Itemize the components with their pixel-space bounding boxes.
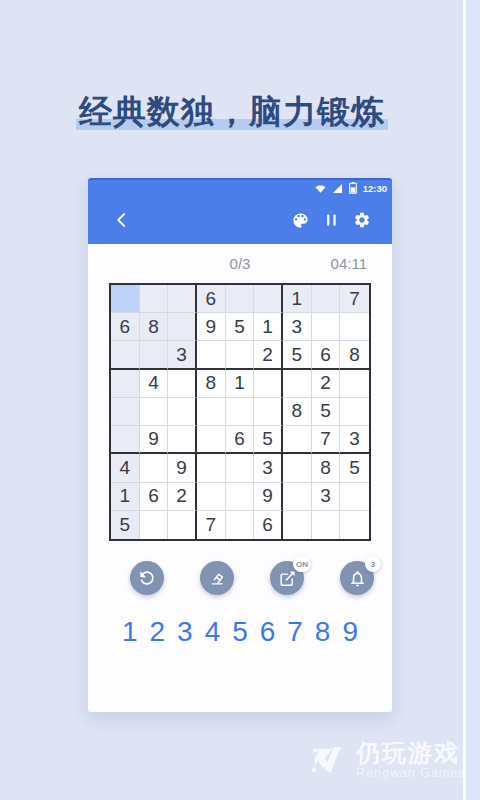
settings-gear-icon xyxy=(353,211,371,229)
cell-r3c7[interactable]: 5 xyxy=(283,341,312,369)
eraser-icon xyxy=(207,568,227,588)
status-time: 12:30 xyxy=(363,183,387,194)
cell-r2c8[interactable] xyxy=(312,313,341,341)
cell-r3c2[interactable] xyxy=(140,341,169,369)
battery-icon xyxy=(349,182,357,194)
cell-r1c9[interactable]: 7 xyxy=(340,285,369,313)
cell-r2c3[interactable] xyxy=(168,313,197,341)
cell-r3c6[interactable]: 2 xyxy=(254,341,283,369)
back-button[interactable] xyxy=(110,208,134,232)
cell-r6c3[interactable] xyxy=(168,426,197,454)
theme-button[interactable] xyxy=(288,208,312,232)
cell-r8c1[interactable]: 1 xyxy=(111,483,140,511)
cell-r8c4[interactable] xyxy=(197,483,226,511)
game-info-row: 0/3 04:11 xyxy=(88,244,392,282)
cell-r6c4[interactable] xyxy=(197,426,226,454)
cell-r7c7[interactable] xyxy=(283,454,312,482)
numpad-key-5[interactable]: 5 xyxy=(232,616,248,648)
numpad-key-4[interactable]: 4 xyxy=(205,616,221,648)
cell-r5c4[interactable] xyxy=(197,398,226,426)
cell-r2c7[interactable]: 3 xyxy=(283,313,312,341)
cell-r4c3[interactable] xyxy=(168,370,197,398)
wifi-icon xyxy=(315,183,326,194)
cell-r4c7[interactable] xyxy=(283,370,312,398)
cell-r3c9[interactable]: 8 xyxy=(340,341,369,369)
cell-r8c2[interactable]: 6 xyxy=(140,483,169,511)
game-timer: 04:11 xyxy=(331,255,367,272)
cell-r4c4[interactable]: 8 xyxy=(197,370,226,398)
cell-r8c3[interactable]: 2 xyxy=(168,483,197,511)
cell-r6c7[interactable] xyxy=(283,426,312,454)
cell-r9c9[interactable] xyxy=(340,511,369,539)
cell-r7c2[interactable] xyxy=(140,454,169,482)
cell-r5c5[interactable] xyxy=(226,398,255,426)
cell-r9c7[interactable] xyxy=(283,511,312,539)
cell-r4c9[interactable] xyxy=(340,370,369,398)
watermark-name-cn: 仍玩游戏 xyxy=(356,740,466,766)
status-bar: 12:30 xyxy=(88,178,392,196)
hint-count-badge: 3 xyxy=(365,556,381,572)
cell-r2c6[interactable]: 1 xyxy=(254,313,283,341)
cell-r6c1[interactable] xyxy=(111,426,140,454)
mistakes-counter: 0/3 xyxy=(230,255,251,272)
cell-r7c3[interactable]: 9 xyxy=(168,454,197,482)
numpad-key-6[interactable]: 6 xyxy=(260,616,276,648)
cell-r3c4[interactable] xyxy=(197,341,226,369)
settings-button[interactable] xyxy=(350,208,374,232)
cell-r6c8[interactable]: 7 xyxy=(312,426,341,454)
back-chevron-icon xyxy=(113,211,131,229)
cell-r4c1[interactable] xyxy=(111,370,140,398)
cell-r3c1[interactable] xyxy=(111,341,140,369)
cell-r1c6[interactable] xyxy=(254,285,283,313)
cell-r9c5[interactable] xyxy=(226,511,255,539)
cell-r1c8[interactable] xyxy=(312,285,341,313)
cell-r9c6[interactable]: 6 xyxy=(254,511,283,539)
pause-icon xyxy=(324,212,339,228)
cell-r2c2[interactable]: 8 xyxy=(140,313,169,341)
undo-icon xyxy=(137,568,157,588)
cell-r5c7[interactable]: 8 xyxy=(283,398,312,426)
number-pad: 123456789 xyxy=(88,616,392,648)
next-page-sliver xyxy=(466,0,480,800)
cell-r1c3[interactable] xyxy=(168,285,197,313)
cell-r8c8[interactable]: 3 xyxy=(312,483,341,511)
page-title: 经典数独，脑力锻炼 xyxy=(0,90,464,135)
cell-r2c1[interactable]: 6 xyxy=(111,313,140,341)
numpad-key-2[interactable]: 2 xyxy=(150,616,166,648)
numpad-key-8[interactable]: 8 xyxy=(315,616,331,648)
cell-r1c1[interactable] xyxy=(111,285,140,313)
numpad-key-7[interactable]: 7 xyxy=(287,616,303,648)
numpad-key-3[interactable]: 3 xyxy=(177,616,193,648)
cell-r5c6[interactable] xyxy=(254,398,283,426)
phone-mockup: 12:30 0/3 04:11 617689513325684812859657… xyxy=(88,178,392,712)
cell-r9c4[interactable]: 7 xyxy=(197,511,226,539)
cell-r3c3[interactable]: 3 xyxy=(168,341,197,369)
cell-r6c9[interactable]: 3 xyxy=(340,426,369,454)
cell-r7c5[interactable] xyxy=(226,454,255,482)
cell-r9c8[interactable] xyxy=(312,511,341,539)
cell-r4c2[interactable]: 4 xyxy=(140,370,169,398)
cell-r6c6[interactable]: 5 xyxy=(254,426,283,454)
cell-r7c9[interactable]: 5 xyxy=(340,454,369,482)
watermark: 仍玩游戏 Rengwan Games xyxy=(306,740,466,782)
cell-r9c2[interactable] xyxy=(140,511,169,539)
cell-r9c3[interactable] xyxy=(168,511,197,539)
undo-button[interactable] xyxy=(130,561,164,595)
hint-button[interactable]: 3 xyxy=(340,561,374,595)
numpad-key-9[interactable]: 9 xyxy=(342,616,358,648)
cell-r2c4[interactable]: 9 xyxy=(197,313,226,341)
rengwan-logo-icon xyxy=(306,740,348,782)
cell-r1c4[interactable]: 6 xyxy=(197,285,226,313)
toolbar: ON 3 xyxy=(88,561,392,595)
signal-icon xyxy=(332,183,343,194)
app-bar xyxy=(88,196,392,244)
cell-r2c5[interactable]: 5 xyxy=(226,313,255,341)
cell-r2c9[interactable] xyxy=(340,313,369,341)
notes-edit-icon xyxy=(278,569,297,588)
notes-on-badge: ON xyxy=(293,556,311,572)
cell-r8c7[interactable] xyxy=(283,483,312,511)
cell-r5c3[interactable] xyxy=(168,398,197,426)
cell-r5c9[interactable] xyxy=(340,398,369,426)
palette-icon xyxy=(291,211,310,230)
cell-r3c5[interactable] xyxy=(226,341,255,369)
cell-r8c5[interactable] xyxy=(226,483,255,511)
bell-icon xyxy=(348,569,367,588)
sudoku-board: 61768951332568481285965734938516293576 xyxy=(109,283,371,541)
watermark-name-en: Rengwan Games xyxy=(356,766,466,780)
cell-r6c2[interactable]: 9 xyxy=(140,426,169,454)
cell-r4c8[interactable]: 2 xyxy=(312,370,341,398)
cell-r4c5[interactable]: 1 xyxy=(226,370,255,398)
cell-r3c8[interactable]: 6 xyxy=(312,341,341,369)
cell-r5c2[interactable] xyxy=(140,398,169,426)
cell-r5c8[interactable]: 5 xyxy=(312,398,341,426)
cell-r7c4[interactable] xyxy=(197,454,226,482)
cell-r9c1[interactable]: 5 xyxy=(111,511,140,539)
cell-r8c9[interactable] xyxy=(340,483,369,511)
cell-r7c8[interactable]: 8 xyxy=(312,454,341,482)
pause-button[interactable] xyxy=(319,208,343,232)
cell-r4c6[interactable] xyxy=(254,370,283,398)
cell-r1c2[interactable] xyxy=(140,285,169,313)
cell-r7c1[interactable]: 4 xyxy=(111,454,140,482)
page-title-text: 经典数独，脑力锻炼 xyxy=(76,93,388,130)
cell-r1c7[interactable]: 1 xyxy=(283,285,312,313)
cell-r8c6[interactable]: 9 xyxy=(254,483,283,511)
cell-r7c6[interactable]: 3 xyxy=(254,454,283,482)
cell-r1c5[interactable] xyxy=(226,285,255,313)
cell-r5c1[interactable] xyxy=(111,398,140,426)
cell-r6c5[interactable]: 6 xyxy=(226,426,255,454)
notes-button[interactable]: ON xyxy=(270,561,304,595)
numpad-key-1[interactable]: 1 xyxy=(122,616,138,648)
eraser-button[interactable] xyxy=(200,561,234,595)
